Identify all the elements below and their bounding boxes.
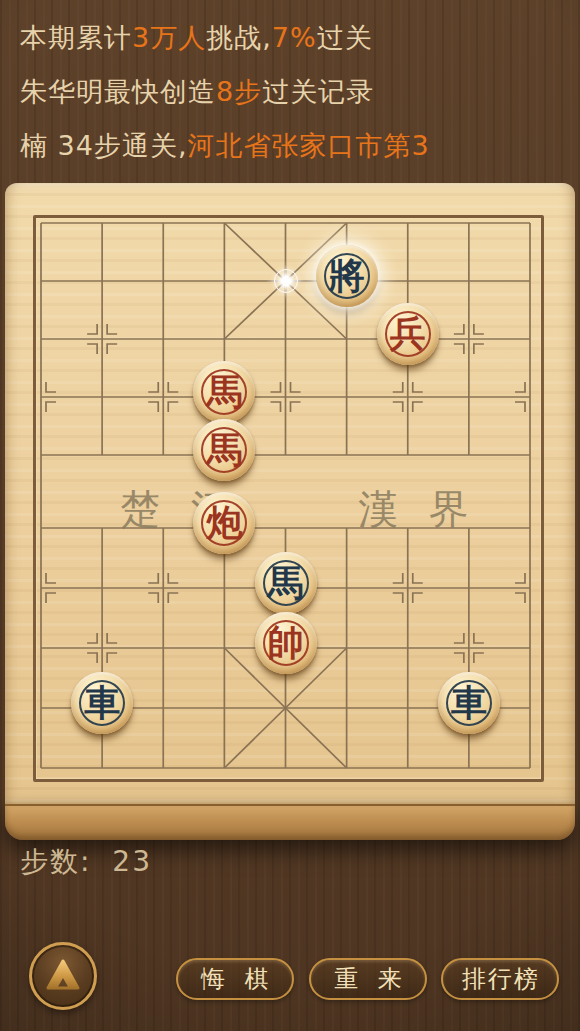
header-text-segment: 7%	[272, 22, 317, 53]
piece-red-兵[interactable]: 兵	[377, 303, 439, 365]
piece-black-將[interactable]: 將	[316, 245, 378, 307]
piece-character: 兵	[390, 315, 426, 351]
piece-character: 馬	[206, 431, 242, 467]
piece-character: 帥	[268, 624, 304, 660]
header-stats-line: 本期累计3万人挑战,7%过关	[20, 20, 373, 56]
header-text-segment: 朱华明最快创造	[20, 76, 216, 107]
header-text-segment: 楠 34步通关,	[20, 130, 188, 161]
header-text-segment: 挑战,	[206, 22, 272, 53]
header-text-segment: 过关	[317, 22, 373, 53]
river-label-right: 漢 界	[358, 482, 478, 537]
piece-character: 馬	[268, 564, 304, 600]
board-slab-bevel	[5, 804, 575, 840]
header-text-segment: 本期累计	[20, 22, 132, 53]
piece-red-馬[interactable]: 馬	[193, 419, 255, 481]
restart-button[interactable]: 重 来	[309, 958, 427, 1000]
mountain-arrow-icon	[43, 956, 83, 996]
move-counter-value: 23	[112, 845, 152, 878]
header-text-segment: 河北省张家口市第3	[188, 130, 430, 161]
header-rank-line: 楠 34步通关,河北省张家口市第3	[20, 128, 430, 164]
header-record-line: 朱华明最快创造8步过关记录	[20, 74, 374, 110]
piece-red-馬[interactable]: 馬	[193, 361, 255, 423]
piece-red-帥[interactable]: 帥	[255, 612, 317, 674]
move-counter-label: 步数:	[20, 845, 91, 878]
piece-character: 馬	[206, 373, 242, 409]
piece-red-炮[interactable]: 炮	[193, 492, 255, 554]
xiangqi-app-screen: 本期累计3万人挑战,7%过关 朱华明最快创造8步过关记录 楠 34步通关,河北省…	[0, 0, 580, 1031]
piece-black-車[interactable]: 車	[71, 672, 133, 734]
menu-button[interactable]	[29, 942, 97, 1010]
header-text-segment: 过关记录	[262, 76, 374, 107]
piece-black-馬[interactable]: 馬	[255, 552, 317, 614]
piece-character: 將	[329, 257, 365, 293]
header-text-segment: 8步	[216, 76, 262, 107]
piece-character: 車	[451, 684, 487, 720]
leaderboard-button[interactable]: 排行榜	[441, 958, 559, 1000]
piece-character: 車	[84, 684, 120, 720]
undo-button[interactable]: 悔 棋	[176, 958, 294, 1000]
move-counter: 步数: 23	[20, 843, 152, 881]
piece-character: 炮	[206, 504, 242, 540]
last-move-sparkle-icon	[266, 261, 306, 301]
piece-black-車[interactable]: 車	[438, 672, 500, 734]
header-text-segment: 3万人	[132, 22, 206, 53]
